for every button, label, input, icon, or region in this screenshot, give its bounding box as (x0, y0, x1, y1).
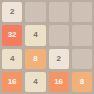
tile-8-r2c1: 8 (25, 49, 45, 69)
empty-cell-r1c2 (49, 25, 69, 45)
tile-8-r3c3: 8 (72, 72, 92, 92)
tile-16-r3c2: 16 (49, 72, 69, 92)
tile-4-r2c0: 4 (2, 49, 22, 69)
tile-2-r2c2: 2 (49, 49, 69, 69)
tile-4-r3c1: 4 (25, 72, 45, 92)
empty-cell-r1c3 (72, 25, 92, 45)
tile-32-r1c0: 32 (2, 25, 22, 45)
empty-cell-r0c2 (49, 2, 69, 22)
empty-cell-r2c3 (72, 49, 92, 69)
tile-4-r1c1: 4 (25, 25, 45, 45)
empty-cell-r0c3 (72, 2, 92, 22)
empty-cell-r0c1 (25, 2, 45, 22)
tile-2-r0c0: 2 (2, 2, 22, 22)
game-board-2048[interactable]: 2324482164168 (0, 0, 94, 94)
tile-16-r3c0: 16 (2, 72, 22, 92)
